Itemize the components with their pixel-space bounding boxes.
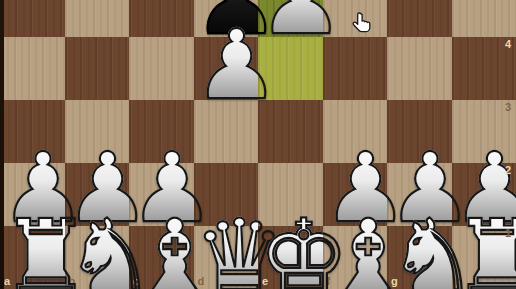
white-king[interactable]: ♚ [258,206,323,289]
square-a1[interactable]: a♜ [0,226,65,289]
square-h1[interactable]: 1h♜ [452,226,516,289]
square-h5[interactable] [452,0,516,37]
chess-board: ♟♟♟43♟♟♟♟♟2♟a♜b♞c♝d♛e♚f♝g♞1h♜ [0,0,516,289]
hand-cursor-icon [352,12,371,39]
square-b4[interactable] [65,37,130,100]
square-e1[interactable]: e♚ [258,226,323,289]
square-g4[interactable] [387,37,452,100]
square-c4[interactable] [129,37,194,100]
square-b5[interactable] [65,0,130,37]
rank-label-3: 3 [505,102,511,113]
square-g1[interactable]: g♞ [387,226,452,289]
square-d1[interactable]: d♛ [194,226,259,289]
board-rank-4: ♟4 [0,37,516,100]
square-g5[interactable] [387,0,452,37]
square-f1[interactable]: f♝ [323,226,388,289]
white-rook[interactable]: ♜ [0,206,65,289]
white-pawn[interactable]: ♟ [194,17,259,113]
rank-label-2: 2 [505,165,511,176]
square-c1[interactable]: c♝ [129,226,194,289]
white-knight[interactable]: ♞ [387,206,452,289]
rank-label-1: 1 [505,228,511,239]
board-rank-1: a♜b♞c♝d♛e♚f♝g♞1h♜ [0,226,516,289]
white-queen[interactable]: ♛ [194,206,259,289]
white-bishop[interactable]: ♝ [323,206,388,289]
square-d4[interactable]: ♟ [194,37,259,100]
board-left-edge [0,0,4,289]
square-h4[interactable]: 4 [452,37,516,100]
white-bishop[interactable]: ♝ [129,206,194,289]
white-knight[interactable]: ♞ [65,206,130,289]
square-a5[interactable] [0,0,65,37]
white-rook[interactable]: ♜ [452,206,516,289]
square-a4[interactable] [0,37,65,100]
rank-label-4: 4 [505,39,511,50]
square-c5[interactable] [129,0,194,37]
square-b1[interactable]: b♞ [65,226,130,289]
